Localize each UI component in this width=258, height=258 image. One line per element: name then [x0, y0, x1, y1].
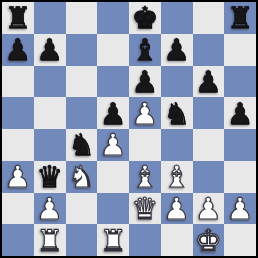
square-g1[interactable]: ♚: [193, 224, 225, 256]
piece-black-queen-b3[interactable]: ♛: [36, 161, 63, 192]
piece-white-pawn-b2[interactable]: ♟: [36, 193, 63, 224]
piece-white-pawn-g2[interactable]: ♟: [195, 193, 222, 224]
square-c3[interactable]: ♞: [66, 161, 98, 193]
square-e2[interactable]: ♛: [129, 193, 161, 225]
square-e4[interactable]: [129, 129, 161, 161]
square-c8[interactable]: [66, 2, 98, 34]
piece-white-bishop-e3[interactable]: ♝: [131, 161, 158, 192]
square-a5[interactable]: [2, 97, 34, 129]
square-e3[interactable]: ♝: [129, 161, 161, 193]
piece-black-pawn-d5[interactable]: ♟: [100, 98, 127, 129]
square-a4[interactable]: [2, 129, 34, 161]
square-e6[interactable]: ♟: [129, 66, 161, 98]
piece-black-king-e8[interactable]: ♚: [131, 2, 158, 33]
square-b4[interactable]: [34, 129, 66, 161]
square-e8[interactable]: ♚: [129, 2, 161, 34]
piece-white-pawn-h2[interactable]: ♟: [227, 193, 254, 224]
square-a7[interactable]: ♟: [2, 34, 34, 66]
square-b2[interactable]: ♟: [34, 193, 66, 225]
square-d4[interactable]: ♟: [97, 129, 129, 161]
square-e5[interactable]: ♟: [129, 97, 161, 129]
piece-white-rook-d1[interactable]: ♜: [100, 225, 127, 256]
piece-black-bishop-e7[interactable]: ♝: [131, 34, 158, 65]
square-b6[interactable]: [34, 66, 66, 98]
square-d5[interactable]: ♟: [97, 97, 129, 129]
piece-white-pawn-d4[interactable]: ♟: [100, 129, 127, 160]
square-d8[interactable]: [97, 2, 129, 34]
square-a8[interactable]: ♜: [2, 2, 34, 34]
square-h3[interactable]: [224, 161, 256, 193]
square-g8[interactable]: [193, 2, 225, 34]
square-c1[interactable]: [66, 224, 98, 256]
square-f3[interactable]: ♝: [161, 161, 193, 193]
square-g7[interactable]: [193, 34, 225, 66]
square-f2[interactable]: ♟: [161, 193, 193, 225]
chessboard: ♜♚♜♟♟♝♟♟♟♟♟♞♟♞♟♟♛♞♝♝♟♛♟♟♟♜♜♚: [0, 0, 258, 258]
piece-white-pawn-f2[interactable]: ♟: [163, 193, 190, 224]
square-a1[interactable]: [2, 224, 34, 256]
square-b8[interactable]: [34, 2, 66, 34]
piece-white-pawn-e5[interactable]: ♟: [131, 98, 158, 129]
square-d1[interactable]: ♜: [97, 224, 129, 256]
piece-black-pawn-e6[interactable]: ♟: [131, 66, 158, 97]
piece-white-bishop-f3[interactable]: ♝: [163, 161, 190, 192]
square-a6[interactable]: [2, 66, 34, 98]
square-f6[interactable]: [161, 66, 193, 98]
square-a2[interactable]: [2, 193, 34, 225]
square-b7[interactable]: ♟: [34, 34, 66, 66]
piece-black-rook-h8[interactable]: ♜: [227, 2, 254, 33]
square-h2[interactable]: ♟: [224, 193, 256, 225]
square-f7[interactable]: ♟: [161, 34, 193, 66]
square-h7[interactable]: [224, 34, 256, 66]
piece-black-pawn-a7[interactable]: ♟: [4, 34, 31, 65]
piece-white-king-g1[interactable]: ♚: [195, 225, 222, 256]
square-d3[interactable]: [97, 161, 129, 193]
square-c7[interactable]: [66, 34, 98, 66]
square-h1[interactable]: [224, 224, 256, 256]
square-c6[interactable]: [66, 66, 98, 98]
piece-black-pawn-h5[interactable]: ♟: [227, 98, 254, 129]
square-h5[interactable]: ♟: [224, 97, 256, 129]
piece-black-pawn-f7[interactable]: ♟: [163, 34, 190, 65]
square-c2[interactable]: [66, 193, 98, 225]
piece-black-pawn-b7[interactable]: ♟: [36, 34, 63, 65]
square-f1[interactable]: [161, 224, 193, 256]
square-h4[interactable]: [224, 129, 256, 161]
square-c4[interactable]: ♞: [66, 129, 98, 161]
square-f5[interactable]: ♞: [161, 97, 193, 129]
square-g4[interactable]: [193, 129, 225, 161]
square-h6[interactable]: [224, 66, 256, 98]
piece-black-knight-f5[interactable]: ♞: [163, 98, 190, 129]
square-f4[interactable]: [161, 129, 193, 161]
piece-black-rook-a8[interactable]: ♜: [4, 2, 31, 33]
square-e7[interactable]: ♝: [129, 34, 161, 66]
chessboard-container: ♜♚♜♟♟♝♟♟♟♟♟♞♟♞♟♟♛♞♝♝♟♛♟♟♟♜♜♚: [0, 0, 258, 258]
square-c5[interactable]: [66, 97, 98, 129]
square-f8[interactable]: [161, 2, 193, 34]
square-b3[interactable]: ♛: [34, 161, 66, 193]
square-g6[interactable]: ♟: [193, 66, 225, 98]
square-g2[interactable]: ♟: [193, 193, 225, 225]
square-h8[interactable]: ♜: [224, 2, 256, 34]
piece-white-rook-b1[interactable]: ♜: [36, 225, 63, 256]
square-d6[interactable]: [97, 66, 129, 98]
square-d2[interactable]: [97, 193, 129, 225]
piece-black-knight-c4[interactable]: ♞: [68, 129, 95, 160]
square-a3[interactable]: ♟: [2, 161, 34, 193]
square-e1[interactable]: [129, 224, 161, 256]
piece-white-knight-c3[interactable]: ♞: [68, 161, 95, 192]
square-g5[interactable]: [193, 97, 225, 129]
piece-black-pawn-g6[interactable]: ♟: [195, 66, 222, 97]
square-d7[interactable]: [97, 34, 129, 66]
square-g3[interactable]: [193, 161, 225, 193]
piece-white-queen-e2[interactable]: ♛: [131, 193, 158, 224]
square-b5[interactable]: [34, 97, 66, 129]
piece-white-pawn-a3[interactable]: ♟: [4, 161, 31, 192]
square-b1[interactable]: ♜: [34, 224, 66, 256]
